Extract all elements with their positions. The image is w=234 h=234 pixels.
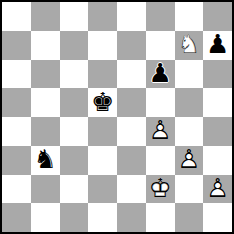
square-c7[interactable] (60, 31, 89, 60)
square-c5[interactable] (60, 88, 89, 117)
white-pawn-fill-glyph: ♟ (206, 174, 229, 202)
white-pawn-glyph: ♙ (177, 146, 200, 174)
square-g2[interactable] (175, 175, 204, 204)
square-f8[interactable] (146, 2, 175, 31)
square-f3[interactable] (146, 146, 175, 175)
square-e5[interactable] (117, 88, 146, 117)
square-a7[interactable] (2, 31, 31, 60)
square-a4[interactable] (2, 117, 31, 146)
square-c3[interactable] (60, 146, 89, 175)
square-f2[interactable]: ♚♔ (146, 175, 175, 204)
square-h6[interactable] (203, 60, 232, 89)
piece-white-pawn: ♟♙ (146, 117, 175, 146)
square-e6[interactable] (117, 60, 146, 89)
black-pawn-glyph: ♟ (206, 31, 229, 59)
square-f7[interactable] (146, 31, 175, 60)
square-f6[interactable]: ♟ (146, 60, 175, 89)
square-e3[interactable] (117, 146, 146, 175)
square-e8[interactable] (117, 2, 146, 31)
square-h5[interactable] (203, 88, 232, 117)
square-b4[interactable] (31, 117, 60, 146)
square-g8[interactable] (175, 2, 204, 31)
square-h2[interactable]: ♟♙ (203, 175, 232, 204)
square-c6[interactable] (60, 60, 89, 89)
black-king-glyph: ♚ (91, 88, 114, 116)
square-b6[interactable] (31, 60, 60, 89)
square-d2[interactable] (88, 175, 117, 204)
piece-white-pawn: ♟♙ (175, 146, 204, 175)
square-a6[interactable] (2, 60, 31, 89)
square-c8[interactable] (60, 2, 89, 31)
white-knight-glyph: ♘ (177, 31, 200, 59)
white-knight-fill-glyph: ♞ (177, 31, 200, 59)
square-e1[interactable] (117, 203, 146, 232)
square-d7[interactable] (88, 31, 117, 60)
black-pawn-glyph: ♟ (148, 59, 171, 87)
square-h8[interactable] (203, 2, 232, 31)
white-pawn-glyph: ♙ (206, 174, 229, 202)
piece-white-king: ♚♔ (146, 175, 175, 204)
square-a1[interactable] (2, 203, 31, 232)
square-h3[interactable] (203, 146, 232, 175)
square-e4[interactable] (117, 117, 146, 146)
piece-white-knight: ♞♘ (175, 31, 204, 60)
square-d6[interactable] (88, 60, 117, 89)
square-c4[interactable] (60, 117, 89, 146)
square-a8[interactable] (2, 2, 31, 31)
square-g3[interactable]: ♟♙ (175, 146, 204, 175)
piece-black-pawn: ♟ (146, 60, 175, 89)
square-c1[interactable] (60, 203, 89, 232)
piece-black-knight: ♞ (31, 146, 60, 175)
square-f4[interactable]: ♟♙ (146, 117, 175, 146)
square-c2[interactable] (60, 175, 89, 204)
square-e7[interactable] (117, 31, 146, 60)
square-d1[interactable] (88, 203, 117, 232)
square-b3[interactable]: ♞ (31, 146, 60, 175)
square-b8[interactable] (31, 2, 60, 31)
square-g7[interactable]: ♞♘ (175, 31, 204, 60)
piece-black-king: ♚ (88, 88, 117, 117)
square-f1[interactable] (146, 203, 175, 232)
square-g1[interactable] (175, 203, 204, 232)
white-pawn-glyph: ♙ (148, 117, 171, 145)
chessboard: ♞♘♟♟♚♟♙♞♟♙♚♔♟♙ (0, 0, 234, 234)
square-d8[interactable] (88, 2, 117, 31)
square-b5[interactable] (31, 88, 60, 117)
square-a2[interactable] (2, 175, 31, 204)
white-pawn-fill-glyph: ♟ (177, 146, 200, 174)
square-g4[interactable] (175, 117, 204, 146)
square-h4[interactable] (203, 117, 232, 146)
square-b1[interactable] (31, 203, 60, 232)
square-g6[interactable] (175, 60, 204, 89)
square-d4[interactable] (88, 117, 117, 146)
square-h7[interactable]: ♟ (203, 31, 232, 60)
square-h1[interactable] (203, 203, 232, 232)
white-king-fill-glyph: ♚ (148, 174, 171, 202)
piece-white-pawn: ♟♙ (203, 175, 232, 204)
square-d5[interactable]: ♚ (88, 88, 117, 117)
square-g5[interactable] (175, 88, 204, 117)
square-b2[interactable] (31, 175, 60, 204)
square-a5[interactable] (2, 88, 31, 117)
square-e2[interactable] (117, 175, 146, 204)
white-pawn-fill-glyph: ♟ (148, 117, 171, 145)
piece-black-pawn: ♟ (203, 31, 232, 60)
black-knight-glyph: ♞ (33, 146, 56, 174)
square-f5[interactable] (146, 88, 175, 117)
square-b7[interactable] (31, 31, 60, 60)
square-a3[interactable] (2, 146, 31, 175)
white-king-glyph: ♔ (148, 174, 171, 202)
square-d3[interactable] (88, 146, 117, 175)
